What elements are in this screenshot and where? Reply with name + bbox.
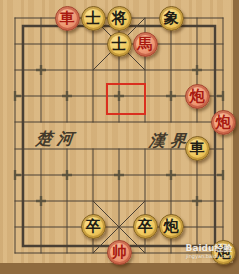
piece-black-chariot[interactable]: 車 xyxy=(185,136,210,161)
piece-red-chariot[interactable]: 車 xyxy=(55,6,80,31)
move-origin-marker xyxy=(106,83,146,115)
piece-black-advisor[interactable]: 士 xyxy=(81,6,106,31)
piece-black-elephant[interactable]: 象 xyxy=(159,6,184,31)
xiangqi-app: 楚河 漢界 車士将象士馬炮炮車卒卒炮帅炮 Baidu经验 jingyan.bai… xyxy=(0,0,239,274)
piece-black-soldier[interactable]: 卒 xyxy=(81,214,106,239)
piece-black-cannon[interactable]: 炮 xyxy=(159,214,184,239)
piece-red-horse[interactable]: 馬 xyxy=(133,32,158,57)
piece-red-cannon[interactable]: 炮 xyxy=(211,110,236,135)
piece-black-soldier[interactable]: 卒 xyxy=(133,214,158,239)
watermark-url: jingyan.baidu.com xyxy=(183,254,235,260)
baidu-watermark: Baidu经验 jingyan.baidu.com xyxy=(183,244,235,259)
piece-red-cannon[interactable]: 炮 xyxy=(185,84,210,109)
piece-black-advisor[interactable]: 士 xyxy=(107,32,132,57)
piece-black-general[interactable]: 将 xyxy=(107,6,132,31)
piece-red-general[interactable]: 帅 xyxy=(107,240,132,265)
river-label-chu: 楚河 xyxy=(35,129,79,150)
